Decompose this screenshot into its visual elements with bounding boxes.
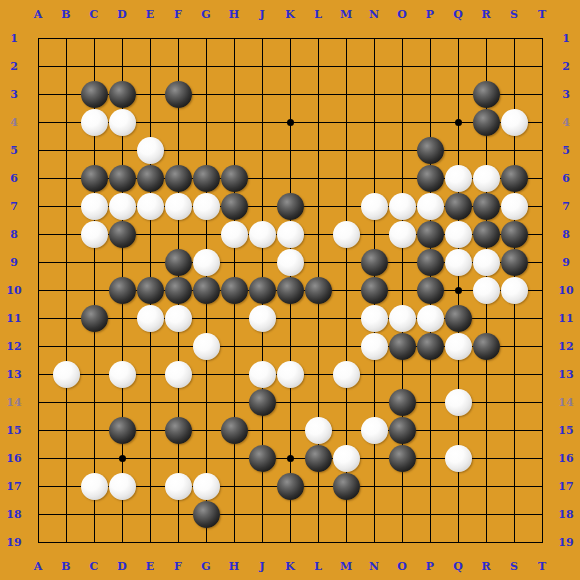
white-stone-F13	[165, 361, 192, 388]
white-stone-H8	[221, 221, 248, 248]
white-stone-Q12	[445, 333, 472, 360]
star-point-Q4	[455, 119, 462, 126]
white-stone-M13	[333, 361, 360, 388]
white-stone-S7	[501, 193, 528, 220]
white-stone-B13	[53, 361, 80, 388]
row-label-11: 11	[558, 313, 573, 324]
white-stone-C17	[81, 473, 108, 500]
row-label-16: 16	[6, 453, 21, 464]
col-label-P: P	[426, 9, 434, 20]
row-label-3: 3	[10, 89, 18, 100]
star-point-K16	[287, 455, 294, 462]
row-label-11: 11	[6, 313, 21, 324]
black-stone-O15	[389, 417, 416, 444]
col-label-Q: Q	[453, 9, 463, 20]
col-label-M: M	[340, 9, 352, 20]
black-stone-D6	[109, 165, 136, 192]
col-label-J: J	[259, 9, 264, 20]
col-label-D: D	[117, 9, 127, 20]
col-label-F: F	[174, 561, 182, 572]
row-label-5: 5	[562, 145, 570, 156]
col-label-C: C	[90, 9, 99, 20]
white-stone-N15	[361, 417, 388, 444]
black-stone-J14	[249, 389, 276, 416]
black-stone-M17	[333, 473, 360, 500]
white-stone-J13	[249, 361, 276, 388]
black-stone-L10	[305, 277, 332, 304]
row-label-8: 8	[10, 229, 18, 240]
star-point-K4	[287, 119, 294, 126]
black-stone-F10	[165, 277, 192, 304]
row-label-5: 5	[10, 145, 18, 156]
black-stone-G6	[193, 165, 220, 192]
black-stone-O12	[389, 333, 416, 360]
black-stone-H7	[221, 193, 248, 220]
white-stone-N7	[361, 193, 388, 220]
white-stone-O11	[389, 305, 416, 332]
row-label-12: 12	[558, 341, 573, 352]
black-stone-S8	[501, 221, 528, 248]
black-stone-Q11	[445, 305, 472, 332]
row-label-14: 14	[6, 397, 21, 408]
row-label-9: 9	[10, 257, 18, 268]
white-stone-R6	[473, 165, 500, 192]
row-label-9: 9	[562, 257, 570, 268]
white-stone-F11	[165, 305, 192, 332]
col-label-N: N	[369, 561, 379, 572]
black-stone-N10	[361, 277, 388, 304]
black-stone-R8	[473, 221, 500, 248]
white-stone-J8	[249, 221, 276, 248]
black-stone-H6	[221, 165, 248, 192]
white-stone-N12	[361, 333, 388, 360]
black-stone-G10	[193, 277, 220, 304]
white-stone-K9	[277, 249, 304, 276]
black-stone-K10	[277, 277, 304, 304]
row-label-13: 13	[6, 369, 21, 380]
white-stone-K8	[277, 221, 304, 248]
row-label-2: 2	[562, 61, 570, 72]
white-stone-G17	[193, 473, 220, 500]
row-label-7: 7	[562, 201, 570, 212]
white-stone-L15	[305, 417, 332, 444]
white-stone-P7	[417, 193, 444, 220]
col-label-G: G	[201, 561, 210, 572]
row-label-7: 7	[10, 201, 18, 212]
white-stone-R10	[473, 277, 500, 304]
col-label-T: T	[538, 9, 546, 20]
white-stone-C4	[81, 109, 108, 136]
white-stone-R9	[473, 249, 500, 276]
black-stone-O14	[389, 389, 416, 416]
row-label-6: 6	[10, 173, 18, 184]
row-label-14: 14	[558, 397, 573, 408]
white-stone-Q6	[445, 165, 472, 192]
row-label-19: 19	[6, 537, 21, 548]
black-stone-H10	[221, 277, 248, 304]
white-stone-C8	[81, 221, 108, 248]
black-stone-F3	[165, 81, 192, 108]
col-label-D: D	[117, 561, 127, 572]
col-label-R: R	[481, 9, 490, 20]
white-stone-D13	[109, 361, 136, 388]
white-stone-D7	[109, 193, 136, 220]
white-stone-M8	[333, 221, 360, 248]
white-stone-G9	[193, 249, 220, 276]
black-stone-K7	[277, 193, 304, 220]
black-stone-R12	[473, 333, 500, 360]
white-stone-E7	[137, 193, 164, 220]
black-stone-D10	[109, 277, 136, 304]
black-stone-S9	[501, 249, 528, 276]
col-label-E: E	[146, 9, 154, 20]
white-stone-F17	[165, 473, 192, 500]
black-stone-G18	[193, 501, 220, 528]
white-stone-D4	[109, 109, 136, 136]
black-stone-Q7	[445, 193, 472, 220]
row-label-12: 12	[6, 341, 21, 352]
black-stone-D15	[109, 417, 136, 444]
col-label-B: B	[61, 561, 70, 572]
row-label-4: 4	[10, 117, 18, 128]
col-label-T: T	[538, 561, 546, 572]
black-stone-F15	[165, 417, 192, 444]
col-label-O: O	[397, 9, 407, 20]
col-label-O: O	[397, 561, 407, 572]
row-label-16: 16	[558, 453, 573, 464]
white-stone-E5	[137, 137, 164, 164]
col-label-F: F	[174, 9, 182, 20]
row-label-17: 17	[558, 481, 573, 492]
white-stone-Q14	[445, 389, 472, 416]
col-label-H: H	[229, 561, 239, 572]
white-stone-G12	[193, 333, 220, 360]
white-stone-D17	[109, 473, 136, 500]
col-label-C: C	[90, 561, 99, 572]
col-label-L: L	[314, 9, 322, 20]
black-stone-P9	[417, 249, 444, 276]
row-label-17: 17	[6, 481, 21, 492]
black-stone-D3	[109, 81, 136, 108]
row-label-1: 1	[562, 33, 570, 44]
black-stone-P8	[417, 221, 444, 248]
black-stone-F6	[165, 165, 192, 192]
black-stone-J16	[249, 445, 276, 472]
col-label-R: R	[481, 561, 490, 572]
go-board[interactable]: AABBCCDDEEFFGGHHJJKKLLMMNNOOPPQQRRSSTT11…	[0, 0, 580, 580]
col-label-J: J	[259, 561, 264, 572]
col-label-A: A	[34, 561, 43, 572]
row-label-10: 10	[6, 285, 21, 296]
white-stone-K13	[277, 361, 304, 388]
white-stone-J11	[249, 305, 276, 332]
col-label-S: S	[510, 561, 518, 572]
row-label-3: 3	[562, 89, 570, 100]
black-stone-O16	[389, 445, 416, 472]
col-label-Q: Q	[453, 561, 463, 572]
black-stone-L16	[305, 445, 332, 472]
black-stone-P12	[417, 333, 444, 360]
col-label-M: M	[340, 561, 352, 572]
white-stone-P11	[417, 305, 444, 332]
black-stone-P10	[417, 277, 444, 304]
black-stone-H15	[221, 417, 248, 444]
white-stone-E11	[137, 305, 164, 332]
black-stone-E10	[137, 277, 164, 304]
black-stone-S6	[501, 165, 528, 192]
col-label-G: G	[201, 9, 210, 20]
black-stone-K17	[277, 473, 304, 500]
row-label-15: 15	[6, 425, 21, 436]
star-point-D16	[119, 455, 126, 462]
col-label-P: P	[426, 561, 434, 572]
white-stone-C7	[81, 193, 108, 220]
black-stone-R7	[473, 193, 500, 220]
row-label-19: 19	[558, 537, 573, 548]
col-label-K: K	[285, 561, 295, 572]
black-stone-P5	[417, 137, 444, 164]
white-stone-O8	[389, 221, 416, 248]
col-label-E: E	[146, 561, 154, 572]
row-label-10: 10	[558, 285, 573, 296]
white-stone-Q16	[445, 445, 472, 472]
row-label-6: 6	[562, 173, 570, 184]
white-stone-Q8	[445, 221, 472, 248]
black-stone-D8	[109, 221, 136, 248]
black-stone-R3	[473, 81, 500, 108]
black-stone-C6	[81, 165, 108, 192]
row-label-8: 8	[562, 229, 570, 240]
col-label-N: N	[369, 9, 379, 20]
black-stone-J10	[249, 277, 276, 304]
white-stone-N11	[361, 305, 388, 332]
white-stone-M16	[333, 445, 360, 472]
col-label-H: H	[229, 9, 239, 20]
black-stone-C11	[81, 305, 108, 332]
row-label-2: 2	[10, 61, 18, 72]
col-label-K: K	[285, 9, 295, 20]
white-stone-G7	[193, 193, 220, 220]
col-label-B: B	[61, 9, 70, 20]
col-label-S: S	[510, 9, 518, 20]
row-label-13: 13	[558, 369, 573, 380]
row-label-4: 4	[562, 117, 570, 128]
row-label-15: 15	[558, 425, 573, 436]
white-stone-S10	[501, 277, 528, 304]
black-stone-N9	[361, 249, 388, 276]
row-label-18: 18	[558, 509, 573, 520]
black-stone-E6	[137, 165, 164, 192]
col-label-A: A	[34, 9, 43, 20]
white-stone-F7	[165, 193, 192, 220]
black-stone-F9	[165, 249, 192, 276]
col-label-L: L	[314, 561, 322, 572]
star-point-Q10	[455, 287, 462, 294]
black-stone-P6	[417, 165, 444, 192]
white-stone-Q9	[445, 249, 472, 276]
row-label-1: 1	[10, 33, 18, 44]
white-stone-O7	[389, 193, 416, 220]
row-label-18: 18	[6, 509, 21, 520]
black-stone-R4	[473, 109, 500, 136]
black-stone-C3	[81, 81, 108, 108]
white-stone-S4	[501, 109, 528, 136]
